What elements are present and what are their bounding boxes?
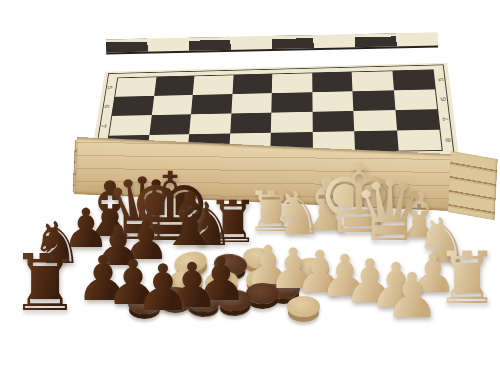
board-square — [271, 112, 312, 133]
rank-label-text: 7 — [99, 124, 107, 128]
board-square — [115, 77, 156, 97]
board-square — [112, 96, 154, 116]
board-square — [352, 71, 394, 91]
board-square — [231, 93, 272, 113]
board-square — [151, 95, 192, 115]
rank-label-text: 6 — [103, 105, 111, 109]
board-square — [149, 114, 191, 135]
rank-label-text: 5 — [106, 86, 114, 90]
board-square — [312, 72, 353, 92]
light-rook: ♜ — [435, 242, 500, 314]
dark-rook: ♜ — [10, 244, 80, 322]
board-square — [395, 109, 439, 130]
board-square — [191, 94, 232, 114]
board-square — [271, 92, 312, 112]
rank-label: 6 — [435, 89, 453, 109]
light-pawn: ♟ — [384, 265, 440, 327]
rank-label: 5 — [433, 70, 451, 90]
rank-label-text: 5 — [437, 78, 445, 82]
board-square — [312, 91, 353, 111]
dark-pawn: ♟ — [134, 256, 191, 320]
board-square — [189, 113, 231, 134]
chess-set-product-photo: 55667788HGFEDCBA ♜♞♟♝♛♚♝♞♜♟♟♟♟♟♟♟♜♞♝♚♛♝♞… — [0, 0, 500, 375]
rank-label-text: 7 — [442, 117, 451, 121]
board-square — [352, 90, 395, 111]
rank-label: 8 — [439, 129, 458, 150]
board-square — [230, 113, 272, 134]
board-square — [393, 89, 437, 110]
rank-label: 7 — [437, 109, 456, 130]
rank-label-text: 8 — [444, 138, 453, 142]
rank-label-text: 6 — [440, 97, 448, 101]
board-square — [232, 74, 272, 94]
board-flat-half — [106, 33, 438, 55]
board-square — [272, 73, 312, 93]
board-square — [193, 75, 233, 95]
board-square — [392, 70, 435, 90]
board-square — [353, 110, 396, 131]
board-square — [397, 130, 442, 152]
board-square — [154, 76, 195, 96]
light-checker-disc — [287, 296, 320, 317]
board-square — [312, 111, 354, 132]
board-square — [109, 115, 151, 136]
